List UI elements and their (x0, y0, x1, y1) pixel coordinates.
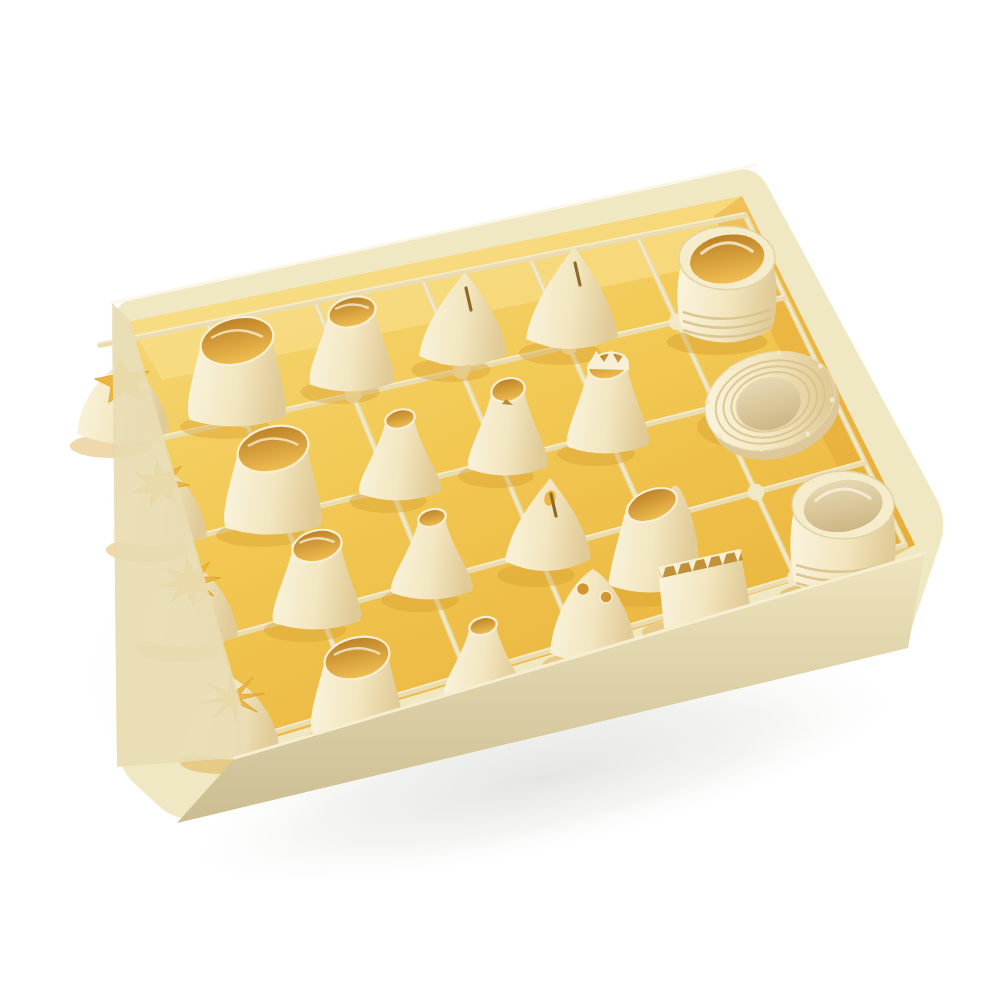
hole-right (600, 591, 612, 603)
coupler-upright-back (667, 226, 777, 355)
divider-connector-dot (748, 484, 765, 501)
product-photo-stage (0, 0, 1000, 1000)
piping-nozzle-set-photo (0, 0, 1000, 1000)
hole-left (577, 583, 590, 596)
